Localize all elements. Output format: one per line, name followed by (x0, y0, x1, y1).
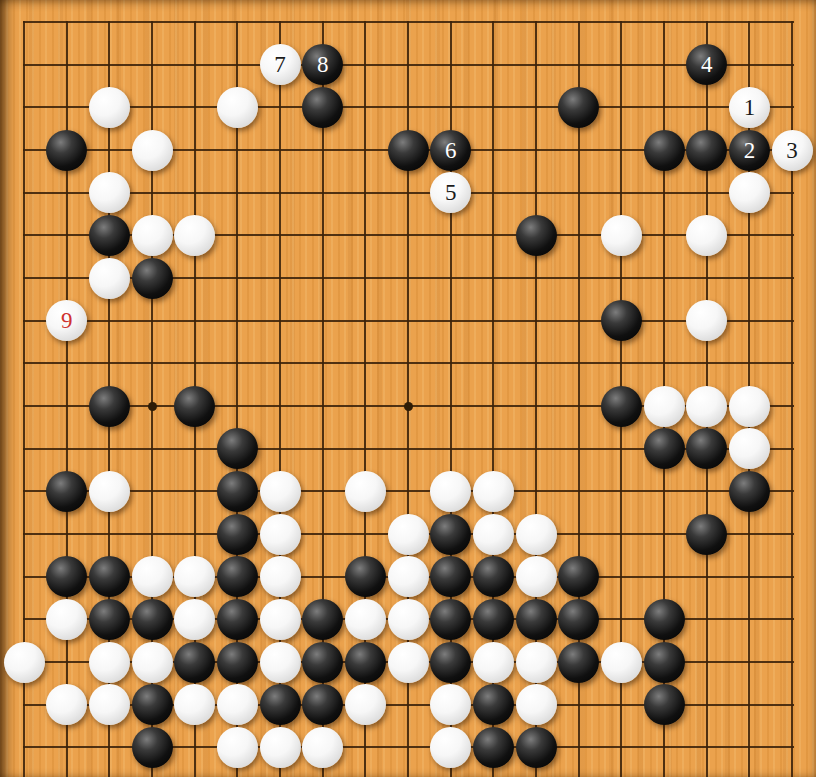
stone-white (260, 556, 301, 597)
stone-white (132, 556, 173, 597)
stone-white (89, 258, 130, 299)
move-number-label: 1 (729, 87, 770, 128)
stone-white (89, 684, 130, 725)
stone-black (217, 471, 258, 512)
stone-white (217, 684, 258, 725)
stone-black (217, 428, 258, 469)
stone-black (516, 599, 557, 640)
stone-white: 1 (729, 87, 770, 128)
stone-white (388, 642, 429, 683)
stone-white (345, 684, 386, 725)
stone-black (345, 556, 386, 597)
stone-black: 4 (686, 44, 727, 85)
stone-black (260, 684, 301, 725)
stone-white (260, 471, 301, 512)
move-number-label: 2 (729, 130, 770, 171)
move-number-label: 7 (260, 44, 301, 85)
stone-white (345, 599, 386, 640)
stone-black (601, 386, 642, 427)
stone-black (132, 258, 173, 299)
stone-black (89, 215, 130, 256)
stone-black: 6 (430, 130, 471, 171)
stone-white (644, 386, 685, 427)
stone-white (132, 642, 173, 683)
stone-black (430, 599, 471, 640)
stone-black (217, 514, 258, 555)
stone-black (217, 599, 258, 640)
stone-black (89, 556, 130, 597)
stone-black (473, 599, 514, 640)
stone-black (686, 130, 727, 171)
stone-white (473, 471, 514, 512)
go-board[interactable]: 784162359 (0, 0, 816, 777)
stone-white (601, 215, 642, 256)
stone-black (46, 471, 87, 512)
star-point (148, 402, 157, 411)
stone-white (729, 428, 770, 469)
stone-white (46, 599, 87, 640)
stone-white (430, 471, 471, 512)
stone-white (174, 684, 215, 725)
move-number-label: 3 (772, 130, 813, 171)
stone-black (644, 428, 685, 469)
stone-white (516, 642, 557, 683)
stone-white (388, 599, 429, 640)
stone-white (89, 642, 130, 683)
stone-black (644, 684, 685, 725)
stone-white (132, 215, 173, 256)
stone-black (644, 642, 685, 683)
stone-white (729, 386, 770, 427)
move-number-label: 9 (46, 300, 87, 341)
stone-white (132, 130, 173, 171)
stone-black (89, 599, 130, 640)
stone-white (388, 514, 429, 555)
stone-black (558, 599, 599, 640)
stone-black (302, 642, 343, 683)
stone-black (686, 514, 727, 555)
stone-black (89, 386, 130, 427)
stone-black (558, 556, 599, 597)
stone-black (473, 727, 514, 768)
stone-black (46, 130, 87, 171)
stone-black (132, 727, 173, 768)
stone-black (46, 556, 87, 597)
stone-white (473, 514, 514, 555)
stone-black (302, 87, 343, 128)
stone-black (601, 300, 642, 341)
stone-black (388, 130, 429, 171)
stone-black (217, 556, 258, 597)
stone-white (217, 727, 258, 768)
stone-white (516, 684, 557, 725)
stone-black (473, 556, 514, 597)
stone-white (729, 172, 770, 213)
move-number-label: 4 (686, 44, 727, 85)
stone-black (686, 428, 727, 469)
stone-white (686, 386, 727, 427)
move-number-label: 8 (302, 44, 343, 85)
move-number-label: 6 (430, 130, 471, 171)
stone-black (430, 556, 471, 597)
stone-white (46, 684, 87, 725)
stone-white (89, 471, 130, 512)
stone-white: 3 (772, 130, 813, 171)
stone-white (686, 215, 727, 256)
stone-white (260, 514, 301, 555)
stone-black (644, 599, 685, 640)
stone-black (302, 599, 343, 640)
stone-black (430, 514, 471, 555)
stone-black (174, 642, 215, 683)
stone-white: 5 (430, 172, 471, 213)
stone-white (217, 87, 258, 128)
stone-black (132, 684, 173, 725)
stone-black (302, 684, 343, 725)
stone-black (516, 727, 557, 768)
stone-white (601, 642, 642, 683)
stone-white: 9 (46, 300, 87, 341)
stone-white (516, 556, 557, 597)
stone-black (558, 642, 599, 683)
stone-black (473, 684, 514, 725)
stone-black: 2 (729, 130, 770, 171)
stone-white (260, 727, 301, 768)
stone-white (260, 642, 301, 683)
stone-white (473, 642, 514, 683)
stone-white (89, 87, 130, 128)
stone-black (558, 87, 599, 128)
stone-black (729, 471, 770, 512)
stone-white (516, 514, 557, 555)
stone-white (430, 727, 471, 768)
stone-white (686, 300, 727, 341)
stone-white (302, 727, 343, 768)
stone-white: 7 (260, 44, 301, 85)
stone-black (516, 215, 557, 256)
move-number-label: 5 (430, 172, 471, 213)
stone-white (174, 215, 215, 256)
stone-white (388, 556, 429, 597)
stone-white (89, 172, 130, 213)
stone-black (132, 599, 173, 640)
stone-black: 8 (302, 44, 343, 85)
stone-black (430, 642, 471, 683)
stone-black (644, 130, 685, 171)
stone-white (430, 684, 471, 725)
star-point (404, 402, 413, 411)
stone-black (174, 386, 215, 427)
stone-white (260, 599, 301, 640)
stone-black (217, 642, 258, 683)
stone-white (345, 471, 386, 512)
stone-black (345, 642, 386, 683)
stone-white (174, 599, 215, 640)
stone-white (4, 642, 45, 683)
stone-white (174, 556, 215, 597)
